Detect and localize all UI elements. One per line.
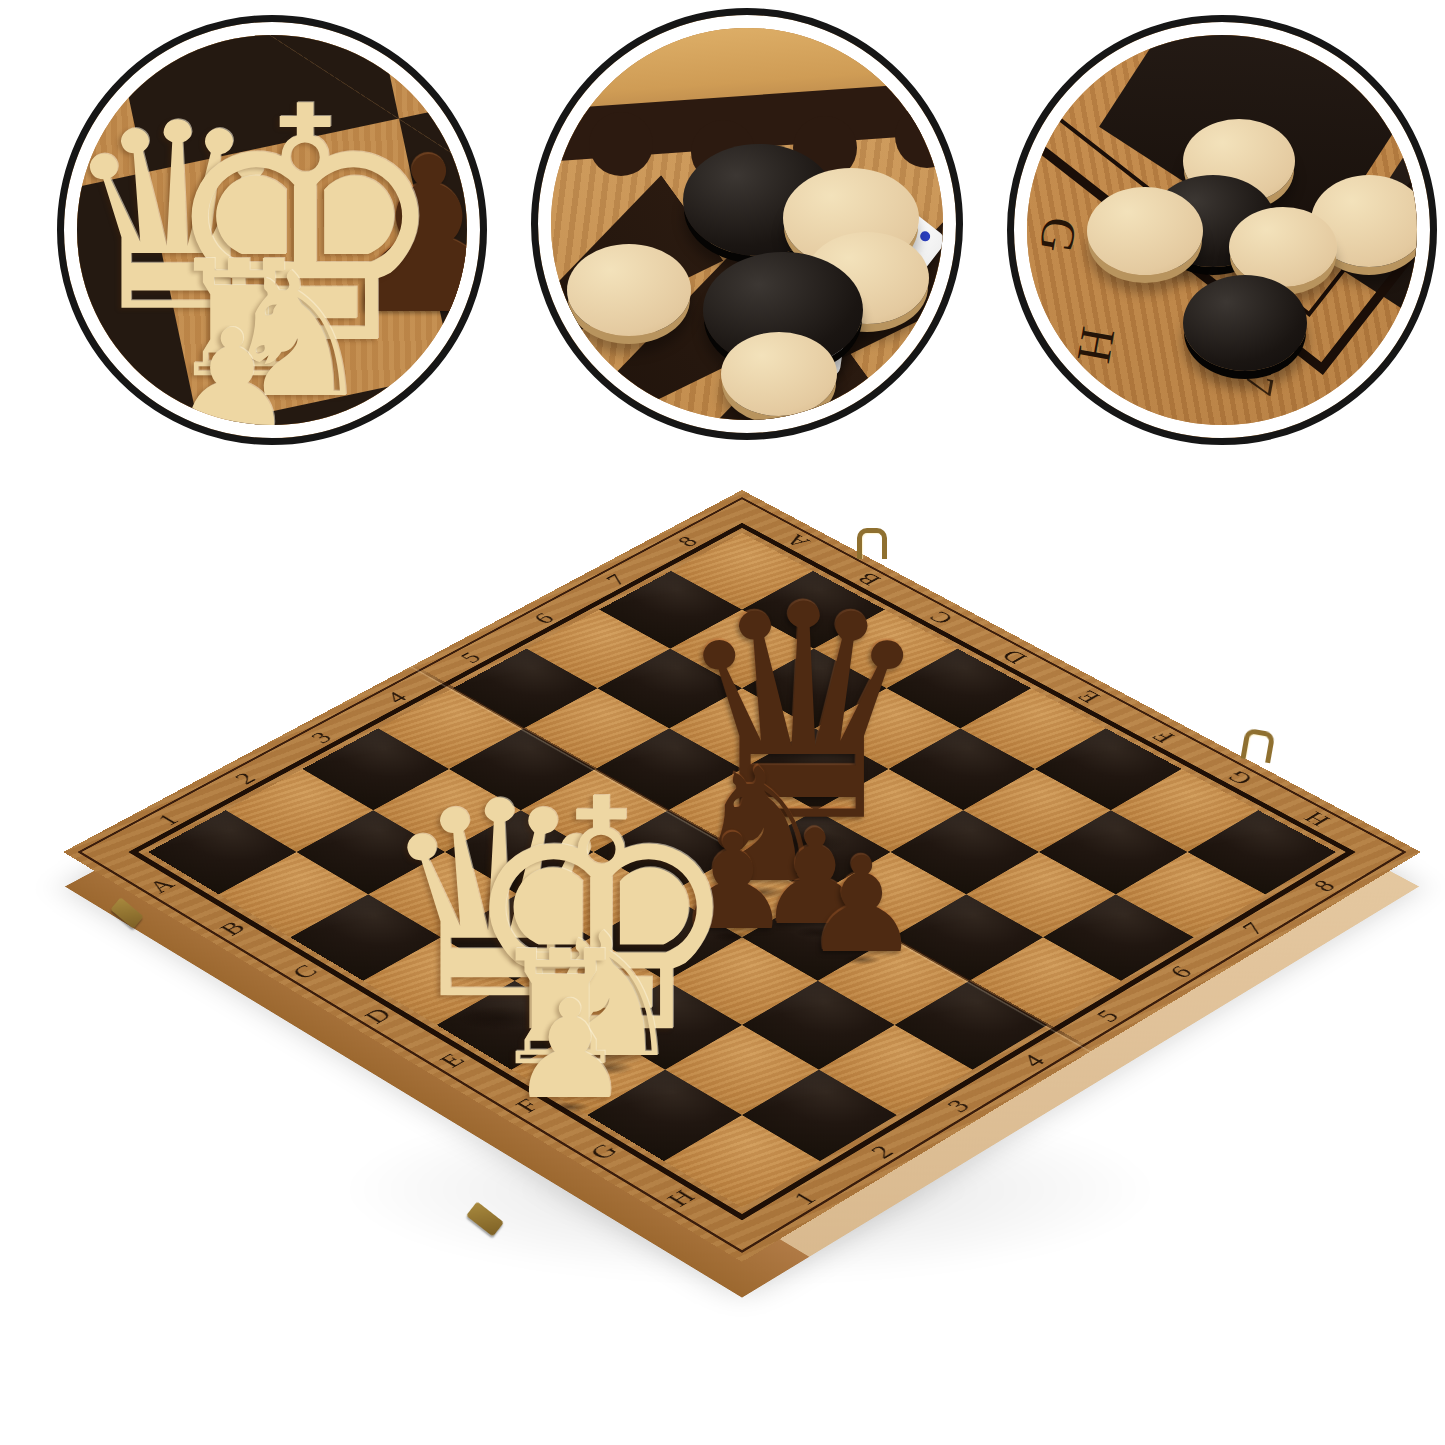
inset-backgammon-photo [551,28,943,420]
scallop-icon [589,112,653,176]
inset-checkers-closeup: G H 7 [1007,15,1437,445]
cream-checker [567,244,691,336]
white-pawn-g1: ♟ [509,982,631,1118]
inset-chess-closeup: ♛♚♜♞♟♟ [57,15,487,445]
product-photo: ABCDEFGH ABCDEFGH 87654321 87654321 ♛♚♜♞… [0,0,1445,1445]
inset-chess-photo: ♛♚♜♞♟♟ [77,35,467,425]
cream-checker [721,332,837,416]
black-pawn-g4: ♟ [802,839,920,971]
cream-checker [1087,187,1203,275]
inset-checkers-photo: G H 7 [1027,35,1417,425]
dark-checker [1183,275,1307,371]
closeup-cream-piece: ♟ [169,311,295,425]
inset-backgammon-closeup [531,8,963,440]
brass-latch-top-right-icon [1241,728,1276,764]
